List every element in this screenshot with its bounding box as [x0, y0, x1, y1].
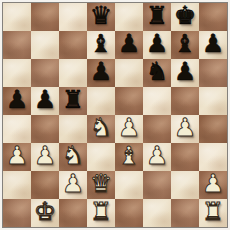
piece-black-king: ♚: [174, 2, 196, 30]
piece-white-queen: ♛: [90, 170, 112, 198]
square-e4[interactable]: ♟: [115, 115, 143, 143]
square-d7[interactable]: ♝: [87, 31, 115, 59]
square-g5[interactable]: [171, 87, 199, 115]
square-h4[interactable]: [199, 115, 227, 143]
piece-black-rook: ♜: [146, 2, 168, 30]
square-b7[interactable]: [31, 31, 59, 59]
piece-black-pawn: ♟: [174, 58, 196, 86]
square-h8[interactable]: [199, 3, 227, 31]
square-h6[interactable]: [199, 59, 227, 87]
square-a7[interactable]: [3, 31, 31, 59]
square-h5[interactable]: [199, 87, 227, 115]
chess-board: ♛♜♚♝♟♟♝♟♟♞♟♟♟♜♞♟♟♟♟♞♝♟♟♛♟♚♜♜: [3, 3, 227, 227]
square-a2[interactable]: [3, 171, 31, 199]
square-g7[interactable]: ♝: [171, 31, 199, 59]
piece-white-rook: ♜: [202, 198, 224, 226]
piece-white-knight: ♞: [90, 114, 112, 142]
square-e1[interactable]: [115, 199, 143, 227]
square-c4[interactable]: [59, 115, 87, 143]
square-b6[interactable]: [31, 59, 59, 87]
piece-white-knight: ♞: [62, 142, 84, 170]
square-d1[interactable]: ♜: [87, 199, 115, 227]
square-e7[interactable]: ♟: [115, 31, 143, 59]
square-b1[interactable]: ♚: [31, 199, 59, 227]
square-f6[interactable]: ♞: [143, 59, 171, 87]
square-c1[interactable]: [59, 199, 87, 227]
square-a6[interactable]: [3, 59, 31, 87]
square-a1[interactable]: [3, 199, 31, 227]
piece-white-pawn: ♟: [202, 170, 224, 198]
piece-white-rook: ♜: [90, 198, 112, 226]
square-b3[interactable]: ♟: [31, 143, 59, 171]
piece-white-pawn: ♟: [174, 114, 196, 142]
piece-black-pawn: ♟: [146, 30, 168, 58]
square-c2[interactable]: ♟: [59, 171, 87, 199]
square-d6[interactable]: ♟: [87, 59, 115, 87]
piece-black-pawn: ♟: [6, 86, 28, 114]
piece-black-queen: ♛: [90, 2, 112, 30]
square-g2[interactable]: [171, 171, 199, 199]
square-f4[interactable]: [143, 115, 171, 143]
square-e3[interactable]: ♝: [115, 143, 143, 171]
square-e5[interactable]: [115, 87, 143, 115]
square-c8[interactable]: [59, 3, 87, 31]
piece-white-pawn: ♟: [118, 114, 140, 142]
piece-black-rook: ♜: [62, 86, 84, 114]
piece-black-bishop: ♝: [90, 30, 112, 58]
square-f1[interactable]: [143, 199, 171, 227]
square-a3[interactable]: ♟: [3, 143, 31, 171]
square-h1[interactable]: ♜: [199, 199, 227, 227]
square-g3[interactable]: [171, 143, 199, 171]
square-g8[interactable]: ♚: [171, 3, 199, 31]
square-f8[interactable]: ♜: [143, 3, 171, 31]
piece-black-pawn: ♟: [90, 58, 112, 86]
piece-white-pawn: ♟: [6, 142, 28, 170]
square-c7[interactable]: [59, 31, 87, 59]
square-b2[interactable]: [31, 171, 59, 199]
piece-black-pawn: ♟: [202, 30, 224, 58]
square-b4[interactable]: [31, 115, 59, 143]
board-frame-inner-line: ♛♜♚♝♟♟♝♟♟♞♟♟♟♜♞♟♟♟♟♞♝♟♟♛♟♚♜♜: [2, 2, 228, 228]
square-f7[interactable]: ♟: [143, 31, 171, 59]
square-e6[interactable]: [115, 59, 143, 87]
square-g4[interactable]: ♟: [171, 115, 199, 143]
piece-black-pawn: ♟: [34, 86, 56, 114]
board-frame: ♛♜♚♝♟♟♝♟♟♞♟♟♟♜♞♟♟♟♟♞♝♟♟♛♟♚♜♜: [0, 0, 230, 230]
square-f3[interactable]: ♟: [143, 143, 171, 171]
square-e8[interactable]: [115, 3, 143, 31]
square-a4[interactable]: [3, 115, 31, 143]
square-c3[interactable]: ♞: [59, 143, 87, 171]
square-b8[interactable]: [31, 3, 59, 31]
square-h3[interactable]: [199, 143, 227, 171]
square-d2[interactable]: ♛: [87, 171, 115, 199]
piece-black-knight: ♞: [146, 58, 168, 86]
piece-white-king: ♚: [34, 198, 56, 226]
square-d3[interactable]: [87, 143, 115, 171]
piece-white-pawn: ♟: [146, 142, 168, 170]
square-f2[interactable]: [143, 171, 171, 199]
square-h2[interactable]: ♟: [199, 171, 227, 199]
square-a5[interactable]: ♟: [3, 87, 31, 115]
piece-white-pawn: ♟: [62, 170, 84, 198]
square-c5[interactable]: ♜: [59, 87, 87, 115]
square-e2[interactable]: [115, 171, 143, 199]
square-c6[interactable]: [59, 59, 87, 87]
piece-black-bishop: ♝: [174, 30, 196, 58]
square-g6[interactable]: ♟: [171, 59, 199, 87]
square-a8[interactable]: [3, 3, 31, 31]
square-d8[interactable]: ♛: [87, 3, 115, 31]
piece-black-pawn: ♟: [118, 30, 140, 58]
piece-white-pawn: ♟: [34, 142, 56, 170]
square-b5[interactable]: ♟: [31, 87, 59, 115]
square-d4[interactable]: ♞: [87, 115, 115, 143]
square-d5[interactable]: [87, 87, 115, 115]
square-h7[interactable]: ♟: [199, 31, 227, 59]
square-g1[interactable]: [171, 199, 199, 227]
piece-white-bishop: ♝: [118, 142, 140, 170]
square-f5[interactable]: [143, 87, 171, 115]
